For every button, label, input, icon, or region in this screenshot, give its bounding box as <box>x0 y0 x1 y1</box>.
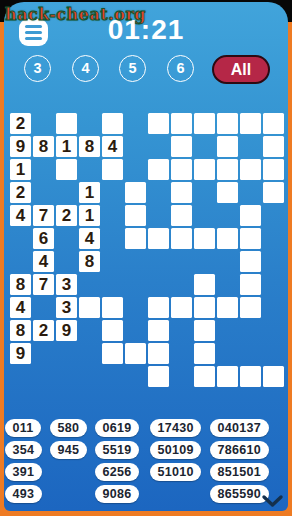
grid-cell-r6c6[interactable] <box>125 228 146 249</box>
grid-gap <box>125 251 146 272</box>
grid-cell-r8c1[interactable]: 8 <box>10 274 31 295</box>
grid-gap <box>33 297 54 318</box>
grid-gap <box>171 366 192 387</box>
grid-cell-r5c3[interactable]: 2 <box>56 205 77 226</box>
number-chip-9086[interactable]: 9086 <box>95 485 139 503</box>
grid-gap <box>79 159 100 180</box>
grid-cell-r2c2[interactable]: 8 <box>33 136 54 157</box>
grid-cell-r8c2[interactable]: 7 <box>33 274 54 295</box>
grid-gap <box>33 113 54 134</box>
grid-gap <box>79 320 100 341</box>
grid-cell-r3c1[interactable]: 1 <box>10 159 31 180</box>
grid-cell-r3c5[interactable] <box>102 159 123 180</box>
grid-cell-r8c3[interactable]: 3 <box>56 274 77 295</box>
grid-gap <box>102 251 123 272</box>
grid-cell-r10c3[interactable]: 9 <box>56 320 77 341</box>
grid-cell-r9c5[interactable] <box>102 297 123 318</box>
grid-cell-r9c11[interactable] <box>240 297 261 318</box>
grid-gap <box>263 228 284 249</box>
grid-gap <box>125 297 146 318</box>
grid-cell-r12c10[interactable] <box>217 366 238 387</box>
filter-6-button[interactable]: 6 <box>167 55 194 82</box>
grid-gap <box>56 182 77 203</box>
grid-cell-r6c4[interactable]: 4 <box>79 228 100 249</box>
tray-column-3: 0619551962569086 <box>95 419 139 503</box>
grid-cell-r6c10[interactable] <box>217 228 238 249</box>
grid-gap <box>263 274 284 295</box>
number-chip-040137[interactable]: 040137 <box>210 419 269 437</box>
grid-gap <box>217 274 238 295</box>
grid-cell-r11c5[interactable] <box>102 343 123 364</box>
grid-cell-r1c10[interactable] <box>217 113 238 134</box>
grid-cell-r12c7[interactable] <box>148 366 169 387</box>
grid-gap <box>125 366 146 387</box>
grid-gap <box>148 182 169 203</box>
grid-gap <box>194 136 215 157</box>
grid-cell-r5c4[interactable]: 1 <box>79 205 100 226</box>
grid-cell-r1c7[interactable] <box>148 113 169 134</box>
grid-cell-r4c8[interactable] <box>171 182 192 203</box>
grid-gap <box>102 182 123 203</box>
grid-cell-r2c1[interactable]: 9 <box>10 136 31 157</box>
grid-cell-r10c2[interactable]: 2 <box>33 320 54 341</box>
grid-gap <box>10 251 31 272</box>
grid-cell-r1c3[interactable] <box>56 113 77 134</box>
grid-cell-r1c11[interactable] <box>240 113 261 134</box>
grid-cell-r9c4[interactable] <box>79 297 100 318</box>
grid-cell-r9c3[interactable]: 3 <box>56 297 77 318</box>
grid-cell-r10c9[interactable] <box>194 320 215 341</box>
grid-gap <box>194 205 215 226</box>
number-chip-786610[interactable]: 786610 <box>210 441 269 459</box>
number-tray: 0113543914935809450619551962569086174305… <box>4 419 288 511</box>
grid-gap <box>240 182 261 203</box>
number-chip-17430[interactable]: 17430 <box>150 419 201 437</box>
grid-gap <box>171 274 192 295</box>
grid-gap <box>148 251 169 272</box>
grid-cell-r6c9[interactable] <box>194 228 215 249</box>
grid-cell-r7c2[interactable]: 4 <box>33 251 54 272</box>
app-screen: 01:21 3 4 5 6 All 2981841214721644887343… <box>4 2 288 511</box>
grid-cell-r12c11[interactable] <box>240 366 261 387</box>
grid-gap <box>33 343 54 364</box>
grid-cell-r6c8[interactable] <box>171 228 192 249</box>
grid-cell-r3c10[interactable] <box>217 159 238 180</box>
grid-cell-r1c8[interactable] <box>171 113 192 134</box>
grid-gap <box>79 343 100 364</box>
number-chip-51010[interactable]: 51010 <box>150 463 201 481</box>
timer: 01:21 <box>4 14 288 46</box>
grid-gap <box>10 228 31 249</box>
grid-gap <box>102 228 123 249</box>
grid-cell-r10c1[interactable]: 8 <box>10 320 31 341</box>
grid-gap <box>125 136 146 157</box>
grid-gap <box>263 320 284 341</box>
number-chip-945[interactable]: 945 <box>50 441 87 459</box>
grid-gap <box>217 251 238 272</box>
grid-cell-r4c12[interactable] <box>263 182 284 203</box>
grid-cell-r12c9[interactable] <box>194 366 215 387</box>
number-chip-851501[interactable]: 851501 <box>210 463 269 481</box>
number-chip-354[interactable]: 354 <box>5 441 42 459</box>
grid-cell-r4c6[interactable] <box>125 182 146 203</box>
grid-cell-r12c12[interactable] <box>263 366 284 387</box>
filter-all-button[interactable]: All <box>212 55 270 84</box>
grid-cell-r2c10[interactable] <box>217 136 238 157</box>
number-chip-50109[interactable]: 50109 <box>150 441 201 459</box>
grid-gap <box>79 366 100 387</box>
tray-column-2: 580945 <box>50 419 87 459</box>
grid-gap <box>56 343 77 364</box>
grid-cell-r9c7[interactable] <box>148 297 169 318</box>
grid-cell-r11c6[interactable] <box>125 343 146 364</box>
grid-cell-r8c11[interactable] <box>240 274 261 295</box>
grid-cell-r2c4[interactable]: 8 <box>79 136 100 157</box>
number-chip-0619[interactable]: 0619 <box>95 419 139 437</box>
grid-gap <box>33 366 54 387</box>
grid-gap <box>56 228 77 249</box>
grid-cell-r3c12[interactable] <box>263 159 284 180</box>
grid-cell-r5c11[interactable] <box>240 205 261 226</box>
grid-gap <box>79 274 100 295</box>
grid-cell-r7c4[interactable]: 8 <box>79 251 100 272</box>
grid-cell-r7c11[interactable] <box>240 251 261 272</box>
grid-cell-r6c11[interactable] <box>240 228 261 249</box>
grid-cell-r2c5[interactable]: 4 <box>102 136 123 157</box>
grid-cell-r3c3[interactable] <box>56 159 77 180</box>
tray-column-5: 040137786610851501865590 <box>210 419 269 503</box>
grid-cell-r3c9[interactable] <box>194 159 215 180</box>
grid-cell-r9c10[interactable] <box>217 297 238 318</box>
grid-gap <box>56 366 77 387</box>
number-chip-580[interactable]: 580 <box>50 419 87 437</box>
grid-cell-r1c5[interactable] <box>102 113 123 134</box>
number-chip-493[interactable]: 493 <box>5 485 42 503</box>
grid-gap <box>56 251 77 272</box>
grid-gap <box>102 274 123 295</box>
grid-gap <box>102 366 123 387</box>
grid-cell-r3c7[interactable] <box>148 159 169 180</box>
grid-cell-r3c11[interactable] <box>240 159 261 180</box>
grid-gap <box>10 366 31 387</box>
grid-gap <box>33 159 54 180</box>
grid-gap <box>125 159 146 180</box>
grid-cell-r2c12[interactable] <box>263 136 284 157</box>
filter-4-button[interactable]: 4 <box>72 55 99 82</box>
grid-cell-r9c1[interactable]: 4 <box>10 297 31 318</box>
grid-cell-r3c8[interactable] <box>171 159 192 180</box>
grid-cell-r2c8[interactable] <box>171 136 192 157</box>
grid-gap <box>240 136 261 157</box>
grid-gap <box>194 182 215 203</box>
grid-cell-r1c9[interactable] <box>194 113 215 134</box>
grid-cell-r10c7[interactable] <box>148 320 169 341</box>
grid-cell-r5c2[interactable]: 7 <box>33 205 54 226</box>
grid-cell-r4c4[interactable]: 1 <box>79 182 100 203</box>
grid-gap <box>79 113 100 134</box>
grid-cell-r9c9[interactable] <box>194 297 215 318</box>
tray-column-1: 011354391493 <box>5 419 42 503</box>
grid-gap <box>102 205 123 226</box>
grid-cell-r8c9[interactable] <box>194 274 215 295</box>
grid-gap <box>240 343 261 364</box>
number-chip-391[interactable]: 391 <box>5 463 42 481</box>
number-chip-6256[interactable]: 6256 <box>95 463 139 481</box>
grid-cell-r4c1[interactable]: 2 <box>10 182 31 203</box>
grid-cell-r6c7[interactable] <box>148 228 169 249</box>
filter-3-button[interactable]: 3 <box>24 55 51 82</box>
tray-column-4: 174305010951010 <box>150 419 201 481</box>
grid-gap <box>263 251 284 272</box>
grid-gap <box>148 274 169 295</box>
filter-5-button[interactable]: 5 <box>119 55 146 82</box>
grid-gap <box>148 205 169 226</box>
number-chip-865590[interactable]: 865590 <box>210 485 269 503</box>
number-chip-5519[interactable]: 5519 <box>95 441 139 459</box>
grid-cell-r5c6[interactable] <box>125 205 146 226</box>
grid-cell-r11c9[interactable] <box>194 343 215 364</box>
expand-tray-chevron-icon[interactable] <box>261 494 284 508</box>
grid-gap <box>33 182 54 203</box>
grid-gap <box>148 136 169 157</box>
grid-gap <box>240 320 261 341</box>
grid-gap <box>217 320 238 341</box>
grid-cell-r11c7[interactable] <box>148 343 169 364</box>
grid-gap <box>217 343 238 364</box>
grid-cell-r11c1[interactable]: 9 <box>10 343 31 364</box>
grid-gap <box>263 205 284 226</box>
grid-gap <box>171 320 192 341</box>
grid-cell-r2c3[interactable]: 1 <box>56 136 77 157</box>
grid-gap <box>171 343 192 364</box>
grid-cell-r5c1[interactable]: 4 <box>10 205 31 226</box>
grid-gap <box>217 205 238 226</box>
grid-gap <box>125 274 146 295</box>
puzzle-grid: 29818412147216448873438299 <box>10 113 284 387</box>
grid-gap <box>125 320 146 341</box>
number-chip-011[interactable]: 011 <box>5 419 41 437</box>
grid-cell-r10c5[interactable] <box>102 320 123 341</box>
grid-cell-r4c10[interactable] <box>217 182 238 203</box>
grid-cell-r9c8[interactable] <box>171 297 192 318</box>
grid-gap <box>263 343 284 364</box>
grid-gap <box>125 113 146 134</box>
grid-cell-r6c2[interactable]: 6 <box>33 228 54 249</box>
grid-gap <box>171 251 192 272</box>
grid-cell-r1c12[interactable] <box>263 113 284 134</box>
grid-gap <box>194 251 215 272</box>
grid-gap <box>263 297 284 318</box>
grid-cell-r5c8[interactable] <box>171 205 192 226</box>
grid-cell-r1c1[interactable]: 2 <box>10 113 31 134</box>
